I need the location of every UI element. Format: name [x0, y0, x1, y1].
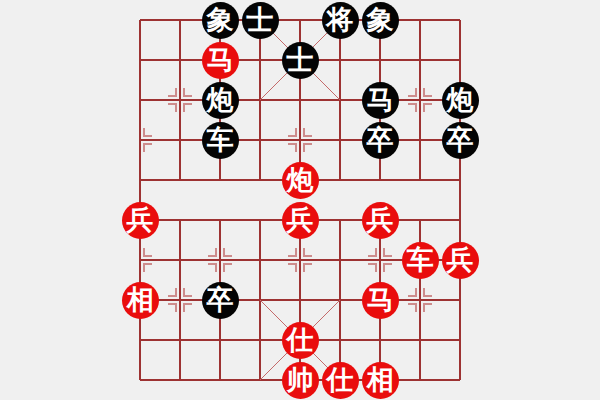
piece-red-general[interactable]: 帅: [282, 362, 319, 399]
piece-black-cannon[interactable]: 炮: [442, 82, 479, 119]
app-background: 象士将象马士炮马炮车卒卒炮兵兵兵车兵相卒马仕帅仕相: [0, 0, 600, 400]
piece-red-chariot[interactable]: 车: [402, 242, 439, 279]
piece-red-elephant[interactable]: 相: [122, 282, 159, 319]
piece-red-cannon[interactable]: 炮: [282, 162, 319, 199]
piece-red-horse[interactable]: 马: [202, 42, 239, 79]
piece-black-soldier[interactable]: 卒: [442, 122, 479, 159]
piece-black-horse[interactable]: 马: [362, 82, 399, 119]
piece-black-soldier[interactable]: 卒: [362, 122, 399, 159]
piece-black-cannon[interactable]: 炮: [202, 82, 239, 119]
piece-red-soldier[interactable]: 兵: [362, 202, 399, 239]
piece-red-soldier[interactable]: 兵: [442, 242, 479, 279]
piece-red-elephant[interactable]: 相: [362, 362, 399, 399]
piece-red-advisor[interactable]: 仕: [322, 362, 359, 399]
piece-black-chariot[interactable]: 车: [202, 122, 239, 159]
piece-black-advisor[interactable]: 士: [282, 42, 319, 79]
piece-red-horse[interactable]: 马: [362, 282, 399, 319]
piece-red-advisor[interactable]: 仕: [282, 322, 319, 359]
piece-red-soldier[interactable]: 兵: [282, 202, 319, 239]
xiangqi-board[interactable]: 象士将象马士炮马炮车卒卒炮兵兵兵车兵相卒马仕帅仕相: [120, 0, 480, 400]
piece-red-soldier[interactable]: 兵: [122, 202, 159, 239]
piece-black-elephant[interactable]: 象: [362, 2, 399, 39]
piece-black-soldier[interactable]: 卒: [202, 282, 239, 319]
piece-black-general[interactable]: 将: [322, 2, 359, 39]
piece-black-elephant[interactable]: 象: [202, 2, 239, 39]
piece-black-advisor[interactable]: 士: [242, 2, 279, 39]
